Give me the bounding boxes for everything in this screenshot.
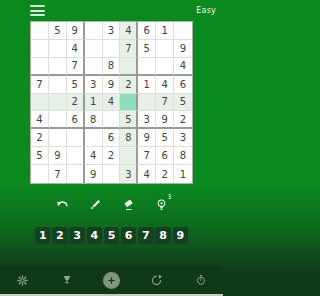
cell-r7c7[interactable]: 9 bbox=[138, 129, 156, 147]
cell-r3c3[interactable]: 7 bbox=[67, 58, 85, 76]
cell-r2c7[interactable]: 5 bbox=[138, 40, 156, 58]
cell-r2c5[interactable] bbox=[103, 40, 121, 58]
cell-r9c6[interactable]: 3 bbox=[120, 165, 138, 183]
cell-r4c5[interactable]: 9 bbox=[103, 76, 121, 94]
numpad-key-5[interactable]: 5 bbox=[104, 227, 119, 244]
cell-r5c3[interactable]: 2 bbox=[67, 94, 85, 112]
cell-r3c4[interactable] bbox=[85, 58, 103, 76]
cell-r1c7[interactable]: 6 bbox=[138, 22, 156, 40]
cell-r7c1[interactable]: 2 bbox=[31, 129, 49, 147]
cell-r4c2[interactable] bbox=[49, 76, 67, 94]
cell-r2c3[interactable]: 4 bbox=[67, 40, 85, 58]
cell-r2c4[interactable] bbox=[85, 40, 103, 58]
cell-r6c8[interactable]: 9 bbox=[156, 111, 174, 129]
cell-r5c8[interactable]: 7 bbox=[156, 94, 174, 112]
cell-r5c5[interactable]: 4 bbox=[103, 94, 121, 112]
undo-icon bbox=[55, 197, 70, 212]
undo-button[interactable] bbox=[55, 196, 70, 212]
cell-r4c6[interactable]: 2 bbox=[120, 76, 138, 94]
cell-r8c1[interactable]: 5 bbox=[31, 147, 49, 165]
cell-r5c6[interactable] bbox=[120, 94, 138, 112]
cell-r6c9[interactable]: 2 bbox=[174, 111, 192, 129]
pencil-icon bbox=[88, 197, 103, 212]
cell-r1c5[interactable]: 3 bbox=[103, 22, 121, 40]
cell-r8c2[interactable]: 9 bbox=[49, 147, 67, 165]
cell-r6c4[interactable]: 8 bbox=[85, 111, 103, 129]
toolbar: 3 bbox=[0, 195, 223, 213]
cell-r3c8[interactable] bbox=[156, 58, 174, 76]
cell-r6c5[interactable] bbox=[103, 111, 121, 129]
cell-r8c6[interactable] bbox=[120, 147, 138, 165]
cell-r8c9[interactable]: 8 bbox=[174, 147, 192, 165]
cell-r2c2[interactable] bbox=[49, 40, 67, 58]
cell-r6c6[interactable]: 5 bbox=[120, 111, 138, 129]
trophy-button[interactable] bbox=[57, 270, 77, 290]
cell-r8c3[interactable] bbox=[67, 147, 85, 165]
cell-r6c2[interactable] bbox=[49, 111, 67, 129]
cell-r7c2[interactable] bbox=[49, 129, 67, 147]
sudoku-app: { "game": "sudoku", "position": "0590346… bbox=[0, 0, 223, 296]
plus-icon bbox=[103, 272, 120, 289]
cell-r5c2[interactable] bbox=[49, 94, 67, 112]
cell-r4c1[interactable]: 7 bbox=[31, 76, 49, 94]
cell-r7c4[interactable] bbox=[85, 129, 103, 147]
cell-r9c8[interactable]: 2 bbox=[156, 165, 174, 183]
cell-r5c7[interactable] bbox=[138, 94, 156, 112]
cell-r4c9[interactable]: 6 bbox=[174, 76, 192, 94]
cell-r3c2[interactable] bbox=[49, 58, 67, 76]
new-game-button[interactable] bbox=[101, 270, 121, 290]
hint-button[interactable]: 3 bbox=[154, 196, 169, 212]
cell-r7c5[interactable]: 6 bbox=[103, 129, 121, 147]
cell-r6c3[interactable]: 6 bbox=[67, 111, 85, 129]
cell-r6c1[interactable]: 4 bbox=[31, 111, 49, 129]
hint-count-badge: 3 bbox=[167, 193, 171, 201]
cell-r8c5[interactable]: 2 bbox=[103, 147, 121, 165]
cell-r7c6[interactable]: 8 bbox=[120, 129, 138, 147]
cell-r6c7[interactable]: 3 bbox=[138, 111, 156, 129]
cell-r8c8[interactable]: 6 bbox=[156, 147, 174, 165]
cell-r3c5[interactable]: 8 bbox=[103, 58, 121, 76]
cell-r2c9[interactable]: 9 bbox=[174, 40, 192, 58]
cell-r9c5[interactable] bbox=[103, 165, 121, 183]
cell-r8c7[interactable]: 7 bbox=[138, 147, 156, 165]
cell-r5c4[interactable]: 1 bbox=[85, 94, 103, 112]
cell-r1c9[interactable] bbox=[174, 22, 192, 40]
cell-r3c1[interactable] bbox=[31, 58, 49, 76]
numpad-key-3[interactable]: 3 bbox=[69, 227, 84, 244]
numpad-key-7[interactable]: 7 bbox=[138, 227, 153, 244]
numpad-key-8[interactable]: 8 bbox=[155, 227, 170, 244]
gear-icon bbox=[16, 274, 29, 287]
cell-r9c3[interactable] bbox=[67, 165, 85, 183]
cell-r2c8[interactable] bbox=[156, 40, 174, 58]
cell-r4c7[interactable]: 1 bbox=[138, 76, 156, 94]
cell-r4c4[interactable]: 3 bbox=[85, 76, 103, 94]
cell-r3c7[interactable] bbox=[138, 58, 156, 76]
cell-r1c3[interactable]: 9 bbox=[67, 22, 85, 40]
cell-r1c4[interactable] bbox=[85, 22, 103, 40]
cell-r1c8[interactable]: 1 bbox=[156, 22, 174, 40]
cell-r8c4[interactable]: 4 bbox=[85, 147, 103, 165]
lightbulb-icon bbox=[154, 197, 169, 212]
sudoku-board[interactable]: 5934614759784753921462147546853922689535… bbox=[30, 21, 193, 184]
timer-button[interactable] bbox=[191, 270, 211, 290]
numpad-key-9[interactable]: 9 bbox=[173, 227, 188, 244]
restart-icon bbox=[150, 274, 163, 287]
cell-r9c9[interactable]: 1 bbox=[174, 165, 192, 183]
cell-r9c1[interactable] bbox=[31, 165, 49, 183]
cell-r9c4[interactable]: 9 bbox=[85, 165, 103, 183]
cell-r1c1[interactable] bbox=[31, 22, 49, 40]
menu-icon[interactable] bbox=[30, 5, 45, 19]
cell-r1c2[interactable]: 5 bbox=[49, 22, 67, 40]
settings-button[interactable] bbox=[12, 270, 32, 290]
eraser-icon bbox=[121, 197, 136, 212]
pencil-button[interactable] bbox=[88, 196, 103, 212]
cell-r4c8[interactable]: 4 bbox=[156, 76, 174, 94]
numpad-key-1[interactable]: 1 bbox=[35, 227, 50, 244]
cell-r4c3[interactable]: 5 bbox=[67, 76, 85, 94]
bottom-bar bbox=[0, 266, 223, 294]
numpad-key-4[interactable]: 4 bbox=[87, 227, 102, 244]
cell-r5c9[interactable]: 5 bbox=[174, 94, 192, 112]
difficulty-label[interactable]: Easy bbox=[196, 6, 216, 15]
cell-r9c7[interactable]: 4 bbox=[138, 165, 156, 183]
stopwatch-icon bbox=[195, 274, 207, 286]
cell-r9c2[interactable]: 7 bbox=[49, 165, 67, 183]
cell-r1c6[interactable]: 4 bbox=[120, 22, 138, 40]
numpad-key-6[interactable]: 6 bbox=[121, 227, 136, 244]
cell-r7c8[interactable]: 5 bbox=[156, 129, 174, 147]
cell-r2c1[interactable] bbox=[31, 40, 49, 58]
cell-r3c9[interactable]: 4 bbox=[174, 58, 192, 76]
cell-r7c9[interactable]: 3 bbox=[174, 129, 192, 147]
cell-r2c6[interactable]: 7 bbox=[120, 40, 138, 58]
eraser-button[interactable] bbox=[121, 196, 136, 212]
number-pad: 123456789 bbox=[0, 227, 223, 244]
trophy-icon bbox=[61, 274, 73, 286]
cell-r3c6[interactable] bbox=[120, 58, 138, 76]
numpad-key-2[interactable]: 2 bbox=[52, 227, 67, 244]
restart-button[interactable] bbox=[146, 270, 166, 290]
cell-r7c3[interactable] bbox=[67, 129, 85, 147]
cell-r5c1[interactable] bbox=[31, 94, 49, 112]
